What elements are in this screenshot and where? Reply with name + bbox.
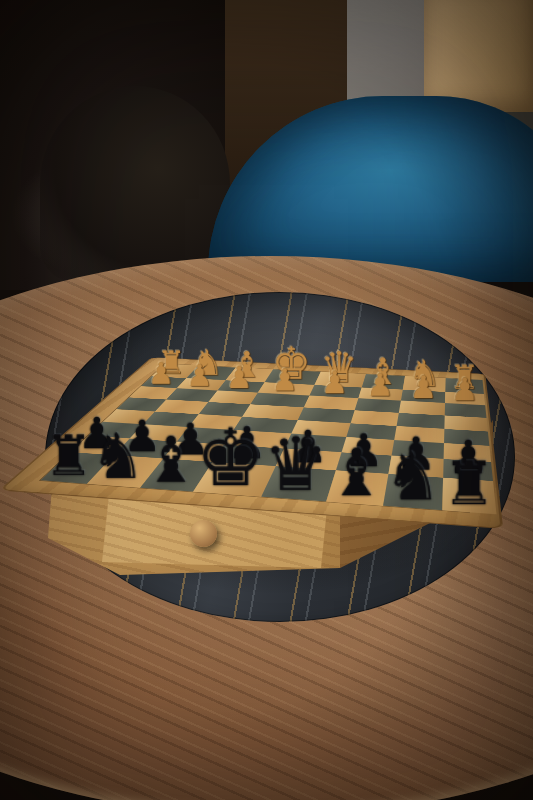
piece-black-rook[interactable]: ♜ [44,431,93,481]
square-b3[interactable] [399,401,445,416]
piece-white-pawn[interactable]: ♟ [226,364,253,391]
piece-black-king[interactable]: ♚ [196,423,265,494]
square-f3[interactable] [208,391,258,405]
piece-white-pawn[interactable]: ♟ [186,362,212,389]
piece-white-pawn[interactable]: ♟ [272,366,299,394]
piece-white-pawn[interactable]: ♟ [367,371,394,399]
piece-white-pawn[interactable]: ♟ [410,373,438,401]
piece-black-knight[interactable]: ♞ [91,429,145,485]
piece-black-bishop[interactable]: ♝ [328,444,385,502]
square-a4[interactable] [444,415,488,431]
square-h4[interactable] [116,397,166,411]
photo-scene: ♜♞♝♚♛♝♞♜♟♟♟♟♟♟♟♟♟♟♟♟♟♟♟♟♜♞♝♚♛♝♞♜ [0,0,533,800]
piece-white-pawn[interactable]: ♟ [451,375,479,404]
square-a2[interactable]: ♟ [445,392,485,406]
square-d3[interactable] [304,396,358,411]
chair-shadow-silhouette [40,86,230,282]
piece-white-pawn[interactable]: ♟ [148,360,174,387]
piece-white-pawn[interactable]: ♟ [321,369,348,397]
piece-black-queen[interactable]: ♛ [264,432,329,499]
piece-black-bishop[interactable]: ♝ [143,432,198,489]
piece-black-rook[interactable]: ♜ [443,456,496,510]
drawer-knob[interactable] [190,520,217,547]
square-d8[interactable]: ♛ [261,466,335,501]
square-a8[interactable]: ♜ [442,478,496,515]
piece-black-knight[interactable]: ♞ [385,448,442,507]
square-c8[interactable]: ♝ [326,470,389,506]
square-b8[interactable]: ♞ [384,474,444,510]
